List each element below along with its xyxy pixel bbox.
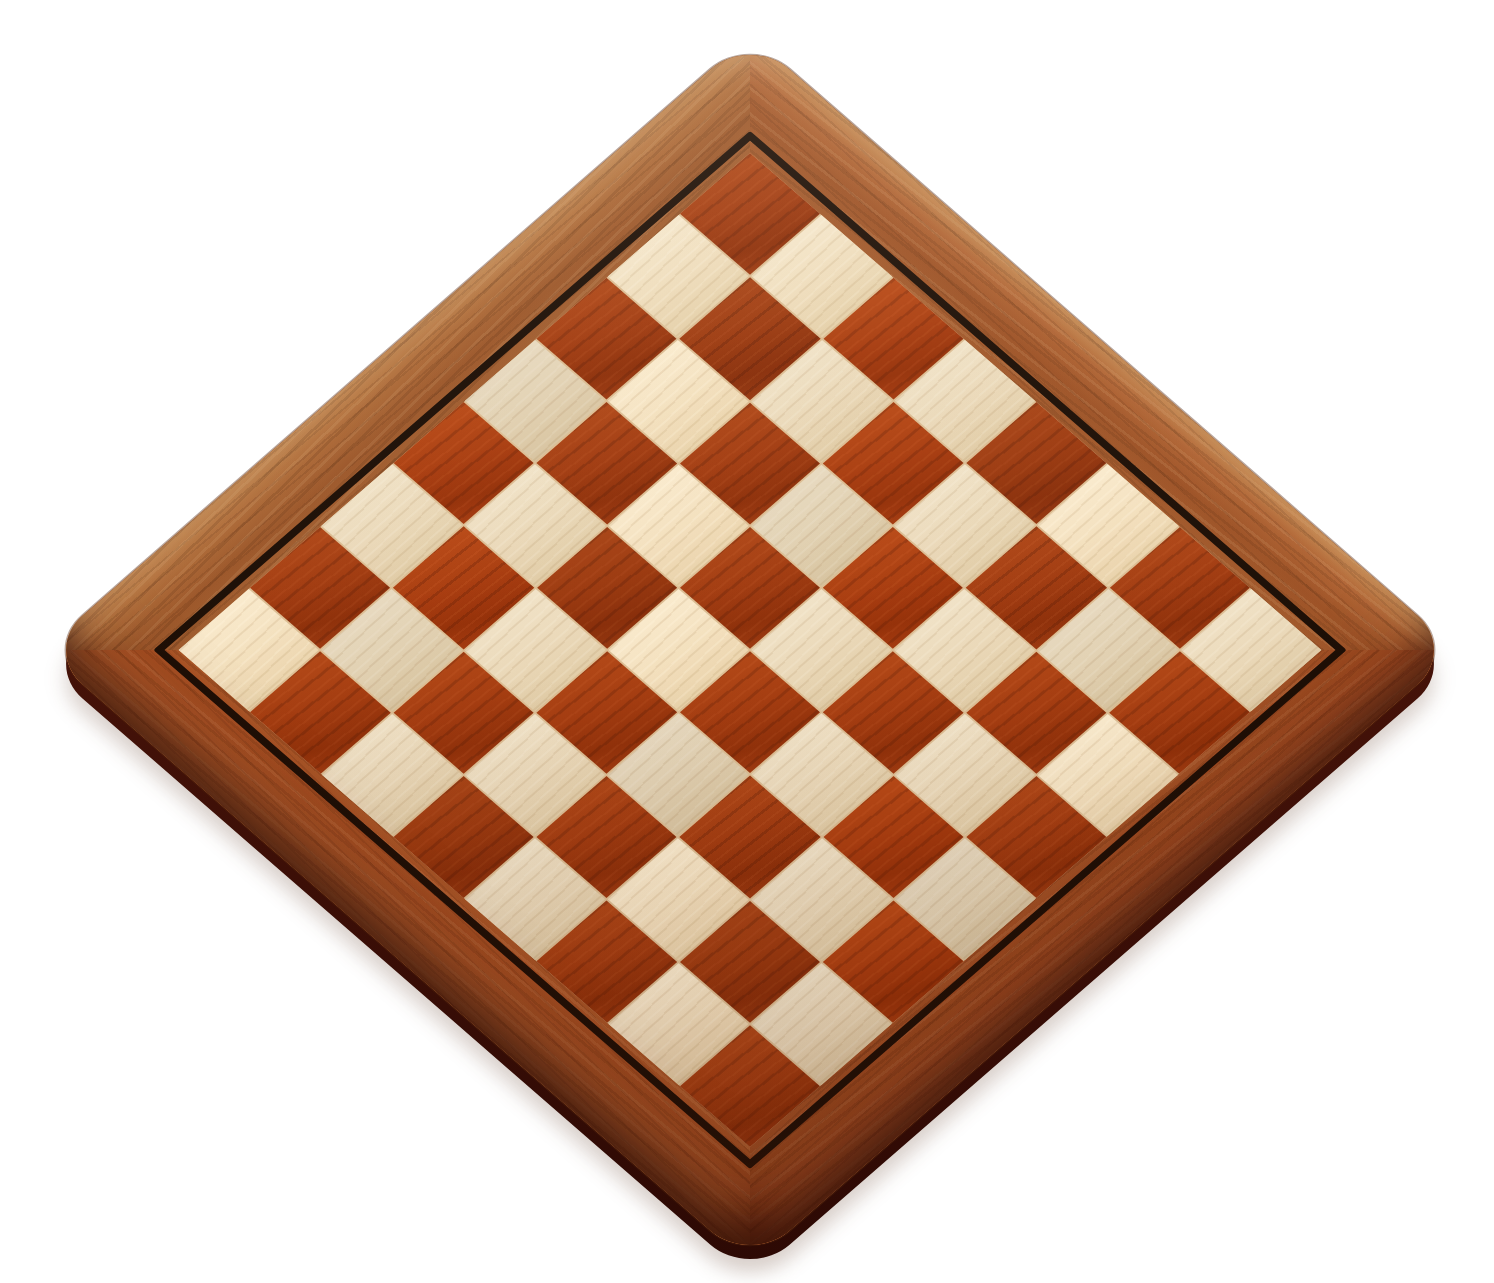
playing-field	[179, 153, 1322, 1147]
chess-board	[43, 35, 1457, 1265]
product-photo	[0, 0, 1494, 1283]
